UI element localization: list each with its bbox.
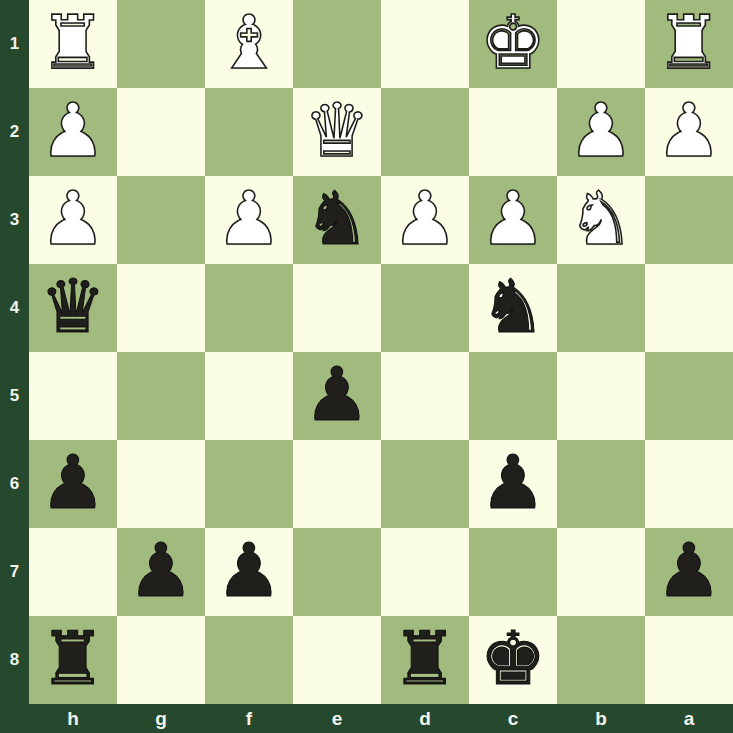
rank-label: 3 <box>0 176 29 264</box>
square-c8[interactable]: ♚ <box>469 616 557 704</box>
rank-label: 1 <box>0 0 29 88</box>
square-b1[interactable] <box>557 0 645 88</box>
square-f4[interactable] <box>205 264 293 352</box>
rank-label: 7 <box>0 528 29 616</box>
piece-white-pawn[interactable]: ♟ <box>40 174 106 262</box>
file-label: e <box>293 704 381 733</box>
square-h8[interactable]: ♜ <box>29 616 117 704</box>
piece-black-pawn[interactable]: ♟ <box>480 438 546 526</box>
rank-label: 2 <box>0 88 29 176</box>
square-f8[interactable] <box>205 616 293 704</box>
square-a3[interactable] <box>645 176 733 264</box>
square-g3[interactable] <box>117 176 205 264</box>
square-d6[interactable] <box>381 440 469 528</box>
piece-white-pawn[interactable]: ♟ <box>480 174 546 262</box>
square-e8[interactable] <box>293 616 381 704</box>
square-h5[interactable] <box>29 352 117 440</box>
piece-white-pawn[interactable]: ♟ <box>392 174 458 262</box>
square-e3[interactable]: ♞ <box>293 176 381 264</box>
square-d2[interactable] <box>381 88 469 176</box>
piece-white-pawn[interactable]: ♟ <box>568 86 634 174</box>
square-e4[interactable] <box>293 264 381 352</box>
piece-black-queen[interactable]: ♛ <box>40 262 106 350</box>
piece-black-knight[interactable]: ♞ <box>304 174 370 262</box>
chess-board: 1♜♝♚♜2♟♛♟♟3♟♟♞♟♟♞4♛♞5♟6♟♟7♟♟♟8♜♜♚hgfedcb… <box>0 0 733 733</box>
square-e1[interactable] <box>293 0 381 88</box>
square-a2[interactable]: ♟ <box>645 88 733 176</box>
square-c1[interactable]: ♚ <box>469 0 557 88</box>
rank-label: 8 <box>0 616 29 704</box>
square-a8[interactable] <box>645 616 733 704</box>
square-g1[interactable] <box>117 0 205 88</box>
square-e6[interactable] <box>293 440 381 528</box>
piece-black-pawn[interactable]: ♟ <box>304 350 370 438</box>
square-b4[interactable] <box>557 264 645 352</box>
square-b8[interactable] <box>557 616 645 704</box>
square-d8[interactable]: ♜ <box>381 616 469 704</box>
piece-black-pawn[interactable]: ♟ <box>216 526 282 614</box>
square-d4[interactable] <box>381 264 469 352</box>
piece-white-pawn[interactable]: ♟ <box>656 86 722 174</box>
square-c2[interactable] <box>469 88 557 176</box>
square-b3[interactable]: ♞ <box>557 176 645 264</box>
file-label: a <box>645 704 733 733</box>
square-f5[interactable] <box>205 352 293 440</box>
square-e7[interactable] <box>293 528 381 616</box>
square-f6[interactable] <box>205 440 293 528</box>
piece-black-rook[interactable]: ♜ <box>40 614 106 702</box>
piece-black-king[interactable]: ♚ <box>480 614 546 702</box>
piece-white-pawn[interactable]: ♟ <box>40 86 106 174</box>
square-f3[interactable]: ♟ <box>205 176 293 264</box>
piece-white-pawn[interactable]: ♟ <box>216 174 282 262</box>
square-d3[interactable]: ♟ <box>381 176 469 264</box>
square-a7[interactable]: ♟ <box>645 528 733 616</box>
square-b5[interactable] <box>557 352 645 440</box>
square-c3[interactable]: ♟ <box>469 176 557 264</box>
square-f7[interactable]: ♟ <box>205 528 293 616</box>
square-a1[interactable]: ♜ <box>645 0 733 88</box>
square-a6[interactable] <box>645 440 733 528</box>
piece-black-pawn[interactable]: ♟ <box>40 438 106 526</box>
rank-label: 4 <box>0 264 29 352</box>
file-label: b <box>557 704 645 733</box>
piece-black-pawn[interactable]: ♟ <box>128 526 194 614</box>
square-g5[interactable] <box>117 352 205 440</box>
file-label: d <box>381 704 469 733</box>
square-c6[interactable]: ♟ <box>469 440 557 528</box>
piece-white-rook[interactable]: ♜ <box>40 0 106 86</box>
square-h2[interactable]: ♟ <box>29 88 117 176</box>
square-g7[interactable]: ♟ <box>117 528 205 616</box>
square-c7[interactable] <box>469 528 557 616</box>
piece-white-rook[interactable]: ♜ <box>656 0 722 86</box>
square-c5[interactable] <box>469 352 557 440</box>
square-f1[interactable]: ♝ <box>205 0 293 88</box>
square-d5[interactable] <box>381 352 469 440</box>
square-h3[interactable]: ♟ <box>29 176 117 264</box>
square-g8[interactable] <box>117 616 205 704</box>
square-g4[interactable] <box>117 264 205 352</box>
rank-label: 6 <box>0 440 29 528</box>
square-a4[interactable] <box>645 264 733 352</box>
piece-black-pawn[interactable]: ♟ <box>656 526 722 614</box>
square-b2[interactable]: ♟ <box>557 88 645 176</box>
square-g2[interactable] <box>117 88 205 176</box>
file-label: h <box>29 704 117 733</box>
file-label: g <box>117 704 205 733</box>
square-h7[interactable] <box>29 528 117 616</box>
square-b6[interactable] <box>557 440 645 528</box>
square-d7[interactable] <box>381 528 469 616</box>
square-h1[interactable]: ♜ <box>29 0 117 88</box>
rank-label: 5 <box>0 352 29 440</box>
piece-white-queen[interactable]: ♛ <box>304 86 370 174</box>
square-e2[interactable]: ♛ <box>293 88 381 176</box>
corner-spacer <box>0 704 29 733</box>
file-label: c <box>469 704 557 733</box>
file-label: f <box>205 704 293 733</box>
square-e5[interactable]: ♟ <box>293 352 381 440</box>
piece-black-knight[interactable]: ♞ <box>480 262 546 350</box>
piece-black-rook[interactable]: ♜ <box>392 614 458 702</box>
square-g6[interactable] <box>117 440 205 528</box>
square-d1[interactable] <box>381 0 469 88</box>
square-f2[interactable] <box>205 88 293 176</box>
square-b7[interactable] <box>557 528 645 616</box>
square-c4[interactable]: ♞ <box>469 264 557 352</box>
piece-white-bishop[interactable]: ♝ <box>216 0 282 86</box>
piece-white-king[interactable]: ♚ <box>480 0 546 86</box>
square-a5[interactable] <box>645 352 733 440</box>
square-h6[interactable]: ♟ <box>29 440 117 528</box>
piece-white-knight[interactable]: ♞ <box>568 174 634 262</box>
square-h4[interactable]: ♛ <box>29 264 117 352</box>
